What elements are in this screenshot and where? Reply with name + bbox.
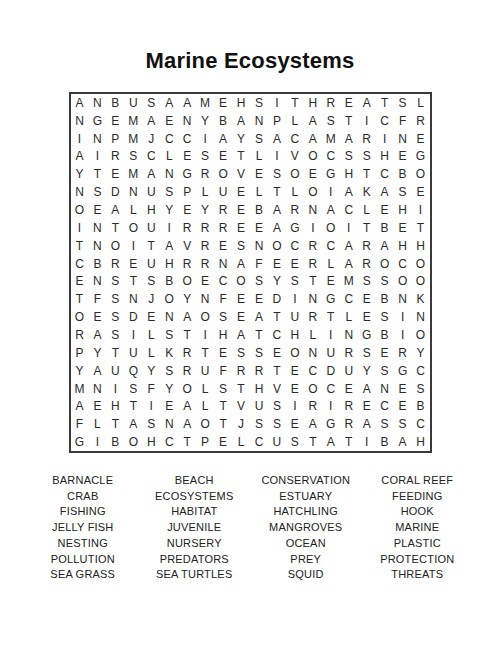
grid-cell: G (88, 112, 106, 130)
grid-cell: B (376, 290, 394, 308)
grid-cell: L (196, 380, 214, 398)
grid-cell: J (142, 290, 160, 308)
grid-cell: E (178, 148, 196, 166)
grid-cell: O (304, 183, 322, 201)
grid-cell: O (286, 165, 304, 183)
grid-cell: V (178, 237, 196, 255)
grid-cell: A (340, 237, 358, 255)
grid-cell: S (322, 112, 340, 130)
grid-cell: E (88, 397, 106, 415)
word-list-item: PROTECTION (362, 552, 474, 568)
grid-cell: Y (358, 362, 376, 380)
grid-cell: L (196, 397, 214, 415)
grid-cell: C (376, 112, 394, 130)
word-list-item: OCEAN (250, 536, 362, 552)
grid-cell: M (124, 130, 142, 148)
word-list-item: POLLUTION (27, 552, 139, 568)
grid-cell: I (358, 433, 376, 451)
grid-cell: T (412, 219, 430, 237)
grid-cell: S (106, 273, 124, 291)
grid-cell: L (286, 183, 304, 201)
grid-cell: Y (71, 362, 89, 380)
grid-cell: L (250, 148, 268, 166)
grid-cell: C (340, 201, 358, 219)
grid-cell: S (160, 362, 178, 380)
grid-cell: R (178, 344, 196, 362)
grid-cell: O (268, 237, 286, 255)
grid-cell: E (214, 344, 232, 362)
grid-cell: A (358, 94, 376, 112)
grid-cell: C (142, 148, 160, 166)
grid-cell: R (106, 148, 124, 166)
grid-cell: N (88, 273, 106, 291)
grid-cell: I (322, 183, 340, 201)
grid-cell: A (268, 219, 286, 237)
grid-cell: R (304, 255, 322, 273)
word-list-item: CORAL REEF (362, 473, 474, 489)
grid-cell: A (71, 148, 89, 166)
grid-cell: S (106, 326, 124, 344)
grid-cell: A (71, 94, 89, 112)
grid-cell: G (178, 165, 196, 183)
grid-cell: T (358, 165, 376, 183)
grid-cell: E (124, 255, 142, 273)
grid-cell: A (340, 130, 358, 148)
grid-cell: S (250, 130, 268, 148)
grid-cell: O (71, 308, 89, 326)
grid-cell: T (106, 415, 124, 433)
grid-cell: A (178, 308, 196, 326)
grid-cell: A (71, 397, 89, 415)
grid-cell: E (286, 415, 304, 433)
grid-cell: A (250, 308, 268, 326)
grid-cell: T (124, 273, 142, 291)
grid-cell: N (304, 290, 322, 308)
grid-cell: I (358, 112, 376, 130)
grid-cell: C (250, 433, 268, 451)
grid-cell: L (124, 201, 142, 219)
grid-cell: Y (178, 290, 196, 308)
grid-cell: M (196, 94, 214, 112)
grid-cell: Y (196, 112, 214, 130)
grid-cell: O (286, 344, 304, 362)
grid-cell: D (268, 290, 286, 308)
grid-cell: O (106, 237, 124, 255)
grid-cell: L (250, 183, 268, 201)
grid-cell: S (340, 148, 358, 166)
grid-cell: T (71, 290, 89, 308)
grid-cell: B (106, 94, 124, 112)
word-list-item: CRAB (27, 489, 139, 505)
grid-cell: S (358, 148, 376, 166)
grid-cell: N (71, 112, 89, 130)
grid-cell: G (412, 148, 430, 166)
grid-cell: H (250, 380, 268, 398)
grid-cell: O (178, 273, 196, 291)
page: { "game": "word_search", "title": "Marin… (0, 0, 500, 647)
grid-cell: R (358, 237, 376, 255)
grid-cell: S (358, 273, 376, 291)
grid-cell: S (214, 380, 232, 398)
grid-cell: E (88, 308, 106, 326)
grid-cell: U (250, 397, 268, 415)
grid-cell: H (160, 255, 178, 273)
grid-cell: B (394, 165, 412, 183)
grid-cell: I (142, 397, 160, 415)
grid-cell: I (88, 148, 106, 166)
grid-cell: L (88, 415, 106, 433)
grid-cell: N (88, 219, 106, 237)
grid-cell: G (71, 433, 89, 451)
grid-cell: H (376, 148, 394, 166)
grid-cell: E (160, 112, 178, 130)
grid-cell: N (196, 290, 214, 308)
word-list-item: JELLY FISH (27, 520, 139, 536)
grid-cell: S (376, 273, 394, 291)
grid-cell: E (142, 308, 160, 326)
grid-cell: S (358, 344, 376, 362)
grid-cell: I (286, 397, 304, 415)
word-list-item: BARNACLE (27, 473, 139, 489)
grid-cell: I (124, 237, 142, 255)
grid-cell: N (88, 237, 106, 255)
word-list-item: SQUID (250, 567, 362, 583)
word-search-grid: ANBUSAAMEHSITHREATSLNGEMAENYBANPLASTICFR… (69, 92, 432, 453)
grid-cell: K (160, 344, 178, 362)
word-list-item: HOOK (362, 504, 474, 520)
grid-cell: I (196, 326, 214, 344)
grid-cell: N (88, 380, 106, 398)
grid-cell: A (106, 201, 124, 219)
word-list-item: MANGROVES (250, 520, 362, 536)
grid-cell: O (232, 273, 250, 291)
word-list-item: NESTING (27, 536, 139, 552)
grid-cell: T (142, 237, 160, 255)
grid-cell: T (268, 308, 286, 326)
grid-cell: P (106, 130, 124, 148)
grid-cell: G (358, 326, 376, 344)
grid-cell: S (124, 148, 142, 166)
grid-cell: I (304, 219, 322, 237)
grid-cell: I (340, 219, 358, 237)
grid-cell: T (124, 397, 142, 415)
grid-cell: P (71, 344, 89, 362)
grid-cell: A (394, 433, 412, 451)
grid-cell: S (376, 415, 394, 433)
grid-cell: E (322, 273, 340, 291)
grid-cell: C (340, 290, 358, 308)
grid-cell: E (340, 380, 358, 398)
grid-cell: R (304, 308, 322, 326)
grid-cell: E (214, 94, 232, 112)
grid-cell: J (142, 130, 160, 148)
grid-cell: V (232, 165, 250, 183)
grid-cell: K (358, 183, 376, 201)
grid-cell: E (268, 255, 286, 273)
grid-cell: S (376, 308, 394, 326)
grid-cell: E (232, 183, 250, 201)
word-list-item: FISHING (27, 504, 139, 520)
grid-cell: E (214, 237, 232, 255)
grid-cell: A (232, 326, 250, 344)
grid-cell: E (268, 344, 286, 362)
grid-cell: R (358, 130, 376, 148)
grid-cell: N (394, 290, 412, 308)
grid-cell: C (412, 415, 430, 433)
grid-cell: O (412, 165, 430, 183)
grid-cell: S (160, 326, 178, 344)
grid-cell: E (394, 397, 412, 415)
grid-cell: L (142, 326, 160, 344)
grid-cell: C (322, 148, 340, 166)
grid-cell: N (250, 237, 268, 255)
grid-cell: I (124, 326, 142, 344)
grid-cell: A (178, 397, 196, 415)
grid-cell: C (322, 380, 340, 398)
grid-cell: P (268, 112, 286, 130)
grid-cell: C (394, 255, 412, 273)
grid-cell: A (214, 130, 232, 148)
grid-cell: H (304, 94, 322, 112)
grid-cell: O (304, 148, 322, 166)
grid-cell: I (412, 201, 430, 219)
grid-cell: T (304, 433, 322, 451)
grid-cell: O (322, 219, 340, 237)
grid-cell: U (142, 183, 160, 201)
grid-cell: T (106, 344, 124, 362)
word-list-item: SEA TURTLES (139, 567, 251, 583)
grid-cell: R (412, 112, 430, 130)
grid-cell: T (232, 148, 250, 166)
grid-cell: A (322, 201, 340, 219)
grid-cell: U (142, 219, 160, 237)
grid-cell: I (106, 380, 124, 398)
grid-cell: J (232, 415, 250, 433)
grid-cell: C (376, 165, 394, 183)
grid-cell: T (71, 237, 89, 255)
grid-cell: F (71, 415, 89, 433)
word-list-item: BEACH (139, 473, 251, 489)
grid-cell: R (340, 415, 358, 433)
grid-cell: C (178, 130, 196, 148)
grid-cell: I (268, 94, 286, 112)
grid-cell: E (394, 148, 412, 166)
grid-cell: F (142, 380, 160, 398)
grid-cell: O (412, 255, 430, 273)
grid-cell: R (106, 255, 124, 273)
grid-cell: B (412, 397, 430, 415)
grid-cell: S (250, 344, 268, 362)
grid-cell: B (214, 112, 232, 130)
grid-cell: S (196, 148, 214, 166)
grid-cell: U (268, 433, 286, 451)
grid-cell: T (178, 326, 196, 344)
grid-cell: E (71, 273, 89, 291)
grid-cell: T (214, 397, 232, 415)
grid-cell: G (322, 290, 340, 308)
grid-cell: N (88, 94, 106, 112)
grid-cell: T (214, 415, 232, 433)
grid-cell: F (214, 290, 232, 308)
grid-cell: T (268, 183, 286, 201)
grid-cell: E (250, 165, 268, 183)
word-list-item: MARINE (362, 520, 474, 536)
grid-cell: S (394, 94, 412, 112)
grid-cell: U (196, 362, 214, 380)
grid-cell: L (358, 201, 376, 219)
word-list-item: FEEDING (362, 489, 474, 505)
grid-cell: C (71, 255, 89, 273)
grid-cell: E (232, 201, 250, 219)
grid-cell: T (196, 344, 214, 362)
grid-cell: S (88, 183, 106, 201)
grid-cell: A (124, 415, 142, 433)
grid-cell: R (196, 219, 214, 237)
grid-cell: E (232, 290, 250, 308)
grid-cell: E (160, 397, 178, 415)
grid-cell: H (142, 433, 160, 451)
grid-cell: S (232, 344, 250, 362)
grid-cell: S (142, 273, 160, 291)
grid-cell: I (376, 130, 394, 148)
grid-cell: U (124, 344, 142, 362)
grid-cell: C (322, 237, 340, 255)
grid-cell: B (376, 433, 394, 451)
grid-cell: S (250, 415, 268, 433)
grid-cell: O (214, 165, 232, 183)
grid-cell: L (340, 308, 358, 326)
grid-cell: G (286, 219, 304, 237)
puzzle-title: Marine Ecosystems (0, 0, 500, 74)
grid-cell: E (286, 255, 304, 273)
grid-cell: Y (160, 380, 178, 398)
grid-cell: S (394, 415, 412, 433)
grid-cell: L (322, 255, 340, 273)
grid-cell: N (412, 308, 430, 326)
grid-cell: R (394, 344, 412, 362)
grid-cell: E (340, 94, 358, 112)
grid-cell: H (106, 397, 124, 415)
grid-cell: E (88, 201, 106, 219)
grid-cell: R (340, 397, 358, 415)
grid-cell: R (286, 201, 304, 219)
grid-cell: S (268, 397, 286, 415)
grid-cell: S (142, 94, 160, 112)
grid-cell: E (286, 362, 304, 380)
grid-cell: Y (268, 273, 286, 291)
grid-cell: V (232, 397, 250, 415)
grid-cell: L (412, 94, 430, 112)
grid-cell: T (286, 94, 304, 112)
grid-cell: O (178, 380, 196, 398)
grid-cell: L (142, 344, 160, 362)
grid-cell: A (232, 255, 250, 273)
grid-cell: D (124, 308, 142, 326)
grid-cell: H (286, 326, 304, 344)
grid-cell: Y (412, 344, 430, 362)
grid-cell: A (268, 201, 286, 219)
grid-cell: L (304, 326, 322, 344)
grid-cell: A (376, 183, 394, 201)
grid-cell: C (412, 362, 430, 380)
grid-cell: S (268, 165, 286, 183)
grid-cell: E (232, 308, 250, 326)
grid-cell: H (412, 433, 430, 451)
grid-cell: F (394, 112, 412, 130)
grid-cell: A (358, 380, 376, 398)
grid-cell: U (286, 308, 304, 326)
grid-cell: Y (88, 344, 106, 362)
grid-cell: R (214, 219, 232, 237)
grid-cell: A (232, 112, 250, 130)
grid-cell: L (196, 183, 214, 201)
grid-cell: A (376, 237, 394, 255)
grid-cell: V (286, 148, 304, 166)
grid-cell: H (142, 201, 160, 219)
grid-cell: N (88, 130, 106, 148)
grid-cell: G (394, 362, 412, 380)
word-list-item: PREY (250, 552, 362, 568)
grid-cell: N (160, 415, 178, 433)
grid-cell: U (322, 344, 340, 362)
grid-cell: B (88, 255, 106, 273)
grid-cell: O (160, 290, 178, 308)
grid-cell: A (304, 415, 322, 433)
grid-cell: N (214, 255, 232, 273)
grid-cell: O (412, 273, 430, 291)
grid-cell: E (178, 201, 196, 219)
grid-cell: C (286, 130, 304, 148)
grid-cell: A (178, 415, 196, 433)
grid-cell: E (214, 433, 232, 451)
grid-cell: N (304, 201, 322, 219)
grid-cell: E (250, 219, 268, 237)
word-list-item: ECOSYSTEMS (139, 489, 251, 505)
grid-cell: T (340, 433, 358, 451)
grid-cell: A (88, 362, 106, 380)
grid-cell: E (304, 165, 322, 183)
grid-cell: B (160, 273, 178, 291)
word-list-item: JUVENILE (139, 520, 251, 536)
grid-cell: S (124, 380, 142, 398)
grid-cell: I (88, 433, 106, 451)
grid-cell: A (268, 130, 286, 148)
grid-cell: I (286, 290, 304, 308)
grid-cell: E (394, 219, 412, 237)
grid-cell: F (88, 290, 106, 308)
grid-cell: N (250, 112, 268, 130)
grid-cell: A (160, 94, 178, 112)
grid-cell: S (106, 308, 124, 326)
grid-cell: B (106, 433, 124, 451)
grid-cell: H (412, 237, 430, 255)
grid-cell: T (376, 94, 394, 112)
grid-cell: M (124, 165, 142, 183)
grid-cell: E (358, 308, 376, 326)
grid-cell: N (124, 183, 142, 201)
grid-cell: A (322, 433, 340, 451)
grid-cell: O (71, 201, 89, 219)
grid-cell: T (268, 362, 286, 380)
grid-cell: C (304, 362, 322, 380)
grid-cell: S (142, 415, 160, 433)
grid-cell: E (106, 165, 124, 183)
grid-cell: P (196, 433, 214, 451)
grid-cell: Y (160, 201, 178, 219)
grid-cell: I (160, 219, 178, 237)
grid-cell: S (286, 433, 304, 451)
grid-cell: E (106, 112, 124, 130)
